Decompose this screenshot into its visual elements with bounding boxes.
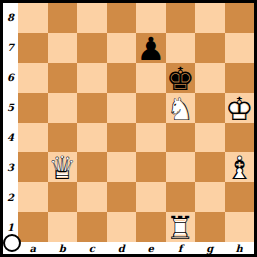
square-f3[interactable] <box>166 152 196 182</box>
square-c4[interactable] <box>77 123 107 153</box>
square-g6[interactable] <box>195 63 225 93</box>
square-e7[interactable]: ♟ <box>136 33 166 63</box>
rank-label-5: 5 <box>3 93 18 123</box>
square-c2[interactable] <box>77 182 107 212</box>
square-a8[interactable] <box>18 3 48 33</box>
white-knight-f5: ♞♘ <box>166 93 196 123</box>
white-rook-f1: ♜♖ <box>166 212 196 242</box>
square-c6[interactable] <box>77 63 107 93</box>
chess-board-frame: 87654321 ♟♚♞♘♚♔♛♕♝♗♜♖ abcdefgh <box>0 0 257 257</box>
square-c5[interactable] <box>77 93 107 123</box>
file-labels: abcdefgh <box>18 242 254 254</box>
rank-label-4: 4 <box>3 123 18 153</box>
file-label-g: g <box>195 243 225 254</box>
black-king-f6: ♚ <box>166 63 196 93</box>
square-h3[interactable]: ♝♗ <box>225 152 255 182</box>
square-f6[interactable]: ♚ <box>166 63 196 93</box>
square-h4[interactable] <box>225 123 255 153</box>
square-b6[interactable] <box>48 63 78 93</box>
square-b3[interactable]: ♛♕ <box>48 152 78 182</box>
square-a5[interactable] <box>18 93 48 123</box>
white-queen-b3: ♛♕ <box>48 152 78 182</box>
square-d6[interactable] <box>107 63 137 93</box>
square-f4[interactable] <box>166 123 196 153</box>
file-label-e: e <box>136 243 166 254</box>
square-d7[interactable] <box>107 33 137 63</box>
square-h1[interactable] <box>225 212 255 242</box>
square-b5[interactable] <box>48 93 78 123</box>
square-d5[interactable] <box>107 93 137 123</box>
square-a7[interactable] <box>18 33 48 63</box>
square-e1[interactable] <box>136 212 166 242</box>
square-h5[interactable]: ♚♔ <box>225 93 255 123</box>
rank-label-2: 2 <box>3 182 18 212</box>
square-f2[interactable] <box>166 182 196 212</box>
white-to-move-indicator <box>3 234 21 252</box>
square-e2[interactable] <box>136 182 166 212</box>
square-d1[interactable] <box>107 212 137 242</box>
white-king-h5: ♚♔ <box>225 93 255 123</box>
file-label-h: h <box>225 243 255 254</box>
square-g4[interactable] <box>195 123 225 153</box>
square-e6[interactable] <box>136 63 166 93</box>
square-e8[interactable] <box>136 3 166 33</box>
rank-label-7: 7 <box>3 33 18 63</box>
square-a6[interactable] <box>18 63 48 93</box>
square-a4[interactable] <box>18 123 48 153</box>
square-f5[interactable]: ♞♘ <box>166 93 196 123</box>
file-label-b: b <box>48 243 78 254</box>
square-h2[interactable] <box>225 182 255 212</box>
square-a1[interactable] <box>18 212 48 242</box>
rank-labels: 87654321 <box>3 3 18 242</box>
square-c3[interactable] <box>77 152 107 182</box>
rank-label-3: 3 <box>3 152 18 182</box>
square-h6[interactable] <box>225 63 255 93</box>
square-e5[interactable] <box>136 93 166 123</box>
square-g1[interactable] <box>195 212 225 242</box>
square-d3[interactable] <box>107 152 137 182</box>
white-bishop-h3: ♝♗ <box>225 152 255 182</box>
square-h8[interactable] <box>225 3 255 33</box>
square-f8[interactable] <box>166 3 196 33</box>
square-f7[interactable] <box>166 33 196 63</box>
square-g5[interactable] <box>195 93 225 123</box>
square-g2[interactable] <box>195 182 225 212</box>
square-g3[interactable] <box>195 152 225 182</box>
square-g7[interactable] <box>195 33 225 63</box>
rank-label-6: 6 <box>3 63 18 93</box>
square-b1[interactable] <box>48 212 78 242</box>
file-label-c: c <box>77 243 107 254</box>
square-d2[interactable] <box>107 182 137 212</box>
square-c7[interactable] <box>77 33 107 63</box>
square-a2[interactable] <box>18 182 48 212</box>
square-b7[interactable] <box>48 33 78 63</box>
square-h7[interactable] <box>225 33 255 63</box>
file-label-d: d <box>107 243 137 254</box>
square-e4[interactable] <box>136 123 166 153</box>
square-b4[interactable] <box>48 123 78 153</box>
square-b2[interactable] <box>48 182 78 212</box>
square-d8[interactable] <box>107 3 137 33</box>
file-label-a: a <box>18 243 48 254</box>
rank-label-8: 8 <box>3 3 18 33</box>
square-f1[interactable]: ♜♖ <box>166 212 196 242</box>
square-d4[interactable] <box>107 123 137 153</box>
square-b8[interactable] <box>48 3 78 33</box>
square-a3[interactable] <box>18 152 48 182</box>
square-e3[interactable] <box>136 152 166 182</box>
square-c1[interactable] <box>77 212 107 242</box>
black-pawn-e7: ♟ <box>136 33 166 63</box>
board: ♟♚♞♘♚♔♛♕♝♗♜♖ <box>18 3 254 242</box>
square-c8[interactable] <box>77 3 107 33</box>
square-g8[interactable] <box>195 3 225 33</box>
